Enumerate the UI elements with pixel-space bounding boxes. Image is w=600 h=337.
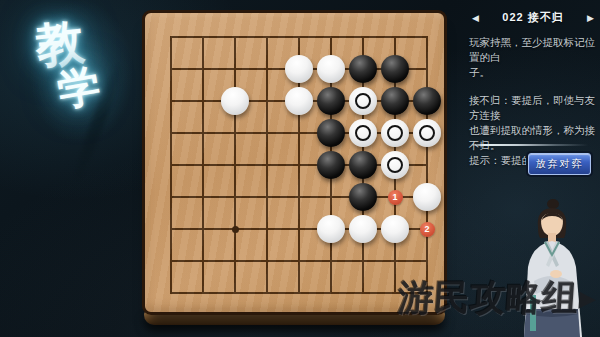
board-point-r7c1[interactable]: [155, 213, 187, 245]
white-stone-marked: [413, 119, 441, 147]
white-stone: [413, 183, 441, 211]
board-point-r5c6[interactable]: [315, 149, 347, 181]
board-point-r1c5[interactable]: [283, 21, 315, 53]
white-stone: [349, 215, 377, 243]
board-point-r3c3[interactable]: [219, 85, 251, 117]
board-point-r1c6[interactable]: [315, 21, 347, 53]
watermark: 游民攻略组 ▶: [396, 274, 597, 323]
board-point-r8c6[interactable]: [315, 245, 347, 277]
board-point-r3c5[interactable]: [283, 85, 315, 117]
board-point-r3c6[interactable]: [315, 85, 347, 117]
black-stone: [349, 183, 377, 211]
board-point-r2c3[interactable]: [219, 53, 251, 85]
board-point-r6c5[interactable]: [283, 181, 315, 213]
board-point-r5c5[interactable]: [283, 149, 315, 181]
board-point-r2c8[interactable]: [379, 53, 411, 85]
black-stone: [317, 119, 345, 147]
board-point-r1c1[interactable]: [155, 21, 187, 53]
board-point-r4c2[interactable]: [187, 117, 219, 149]
board-point-r3c2[interactable]: [187, 85, 219, 117]
board-point-r1c2[interactable]: [187, 21, 219, 53]
go-board: 12: [142, 10, 447, 315]
board-point-r5c8[interactable]: [379, 149, 411, 181]
black-stone: [381, 87, 409, 115]
board-point-r6c4[interactable]: [251, 181, 283, 213]
board-point-r8c9[interactable]: [411, 245, 443, 277]
board-point-r9c1[interactable]: [155, 277, 187, 309]
black-stone: [317, 87, 345, 115]
board-point-r3c1[interactable]: [155, 85, 187, 117]
board-point-r8c2[interactable]: [187, 245, 219, 277]
board-point-r3c8[interactable]: [379, 85, 411, 117]
board-point-r6c8[interactable]: 1: [379, 181, 411, 213]
white-stone: [285, 55, 313, 83]
star-point: [232, 226, 239, 233]
move-marker-1: 1: [388, 190, 403, 205]
capture-target-mark-icon: [387, 125, 403, 141]
white-stone-marked: [381, 119, 409, 147]
prev-lesson-arrow-icon[interactable]: ◀: [472, 12, 479, 24]
game-screen: 教 学 12 ◀ 022 接不归 ▶ 玩家持黑，至少提取标记位置的白 子。 接不…: [0, 0, 600, 337]
board-point-r1c3[interactable]: [219, 21, 251, 53]
board-point-r4c4[interactable]: [251, 117, 283, 149]
board-point-r4c7[interactable]: [347, 117, 379, 149]
board-point-r6c6[interactable]: [315, 181, 347, 213]
board-point-r2c1[interactable]: [155, 53, 187, 85]
chapter-calligraphy: 教 学: [0, 0, 145, 180]
lesson-title: 022 接不归: [502, 10, 563, 25]
capture-target-mark-icon: [387, 157, 403, 173]
move-marker-2: 2: [420, 222, 435, 237]
board-point-r2c9[interactable]: [411, 53, 443, 85]
board-point-r6c2[interactable]: [187, 181, 219, 213]
black-stone: [349, 55, 377, 83]
board-point-r3c4[interactable]: [251, 85, 283, 117]
board-point-r6c1[interactable]: [155, 181, 187, 213]
board-point-r1c7[interactable]: [347, 21, 379, 53]
watermark-text: 游民攻略组: [396, 274, 579, 323]
next-lesson-arrow-icon[interactable]: ▶: [587, 12, 594, 24]
board-point-r8c4[interactable]: [251, 245, 283, 277]
board-point-r1c9[interactable]: [411, 21, 443, 53]
board-point-r9c2[interactable]: [187, 277, 219, 309]
lesson-objective: 玩家持黑，至少提取标记位置的白 子。: [464, 35, 600, 80]
white-stone-marked: [349, 119, 377, 147]
capture-target-mark-icon: [419, 125, 435, 141]
board-point-r5c4[interactable]: [251, 149, 283, 181]
board-point-r9c5[interactable]: [283, 277, 315, 309]
white-stone-marked: [349, 87, 377, 115]
panel-divider: [470, 144, 588, 146]
white-stone: [285, 87, 313, 115]
board-point-r9c7[interactable]: [347, 277, 379, 309]
board-point-r7c7[interactable]: [347, 213, 379, 245]
board-point-r6c7[interactable]: [347, 181, 379, 213]
black-stone: [413, 87, 441, 115]
board-intersections: 12: [155, 21, 443, 309]
board-point-r7c6[interactable]: [315, 213, 347, 245]
watermark-arrow-icon: ▶: [578, 286, 597, 312]
board-point-r8c3[interactable]: [219, 245, 251, 277]
board-point-r7c9[interactable]: 2: [411, 213, 443, 245]
white-stone: [381, 215, 409, 243]
board-point-r4c1[interactable]: [155, 117, 187, 149]
board-point-r7c3[interactable]: [219, 213, 251, 245]
board-point-r5c9[interactable]: [411, 149, 443, 181]
board-point-r5c2[interactable]: [187, 149, 219, 181]
white-stone-marked: [381, 151, 409, 179]
board-point-r2c5[interactable]: [283, 53, 315, 85]
resign-game-button[interactable]: 放弃对弈: [528, 153, 591, 175]
board-point-r7c5[interactable]: [283, 213, 315, 245]
board-point-r1c8[interactable]: [379, 21, 411, 53]
black-stone: [349, 151, 377, 179]
black-stone: [381, 55, 409, 83]
white-stone: [221, 87, 249, 115]
board-point-r4c3[interactable]: [219, 117, 251, 149]
board-point-r7c2[interactable]: [187, 213, 219, 245]
capture-target-mark-icon: [355, 93, 371, 109]
board-point-r9c4[interactable]: [251, 277, 283, 309]
white-stone: [317, 215, 345, 243]
board-point-r2c4[interactable]: [251, 53, 283, 85]
board-point-r5c3[interactable]: [219, 149, 251, 181]
board-point-r8c7[interactable]: [347, 245, 379, 277]
board-point-r5c1[interactable]: [155, 149, 187, 181]
black-stone: [317, 151, 345, 179]
board-point-r8c1[interactable]: [155, 245, 187, 277]
board-point-r4c5[interactable]: [283, 117, 315, 149]
board-point-r2c6[interactable]: [315, 53, 347, 85]
board-point-r4c6[interactable]: [315, 117, 347, 149]
board-point-r9c3[interactable]: [219, 277, 251, 309]
board-point-r1c4[interactable]: [251, 21, 283, 53]
capture-target-mark-icon: [355, 125, 371, 141]
white-stone: [317, 55, 345, 83]
board-point-r8c5[interactable]: [283, 245, 315, 277]
board-point-r6c9[interactable]: [411, 181, 443, 213]
board-point-r3c9[interactable]: [411, 85, 443, 117]
board-point-r4c9[interactable]: [411, 117, 443, 149]
board-point-r6c3[interactable]: [219, 181, 251, 213]
board-point-r8c8[interactable]: [379, 245, 411, 277]
board-point-r7c4[interactable]: [251, 213, 283, 245]
board-point-r2c7[interactable]: [347, 53, 379, 85]
board-point-r2c2[interactable]: [187, 53, 219, 85]
board-point-r7c8[interactable]: [379, 213, 411, 245]
board-point-r3c7[interactable]: [347, 85, 379, 117]
board-point-r9c6[interactable]: [315, 277, 347, 309]
board-point-r4c8[interactable]: [379, 117, 411, 149]
board-point-r5c7[interactable]: [347, 149, 379, 181]
lesson-header: ◀ 022 接不归 ▶: [464, 8, 600, 25]
